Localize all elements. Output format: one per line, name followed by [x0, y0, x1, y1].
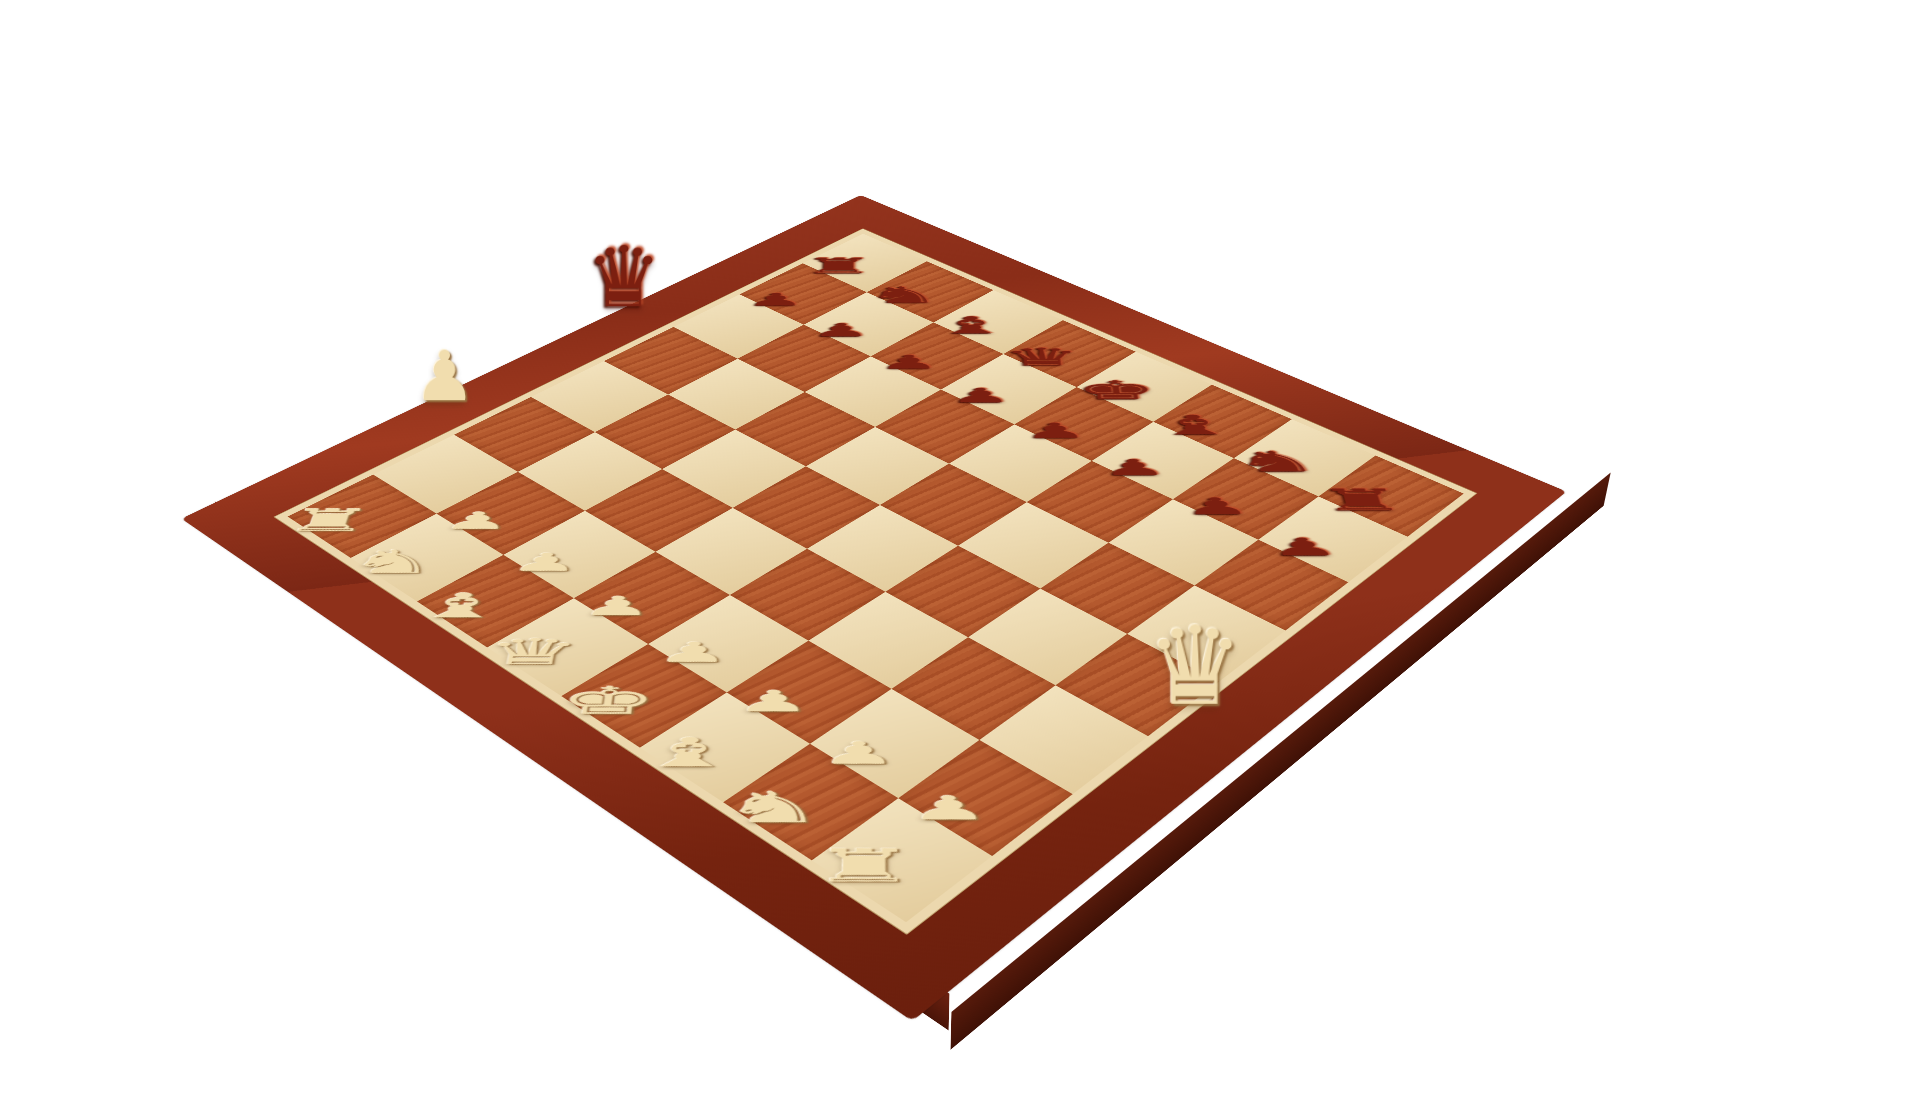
square-h3[interactable] — [979, 685, 1148, 794]
piece-white-pawn-d2[interactable]: ♟ — [580, 594, 654, 618]
piece-white-pawn-f2[interactable]: ♟ — [735, 688, 811, 714]
square-e4[interactable] — [807, 505, 958, 592]
square-f1[interactable]: ♝ — [640, 692, 810, 802]
piece-red-pawn-f7[interactable]: ♟ — [1100, 458, 1168, 478]
piece-red-rook-h8[interactable]: ♜ — [1315, 487, 1409, 514]
piece-red-pawn-c7[interactable]: ♟ — [879, 353, 940, 370]
piece-red-queen-d8[interactable]: ♛ — [1002, 346, 1082, 368]
piece-white-pawn-h2[interactable]: ♟ — [909, 793, 989, 823]
piece-red-pawn-b7[interactable]: ♟ — [811, 322, 870, 338]
square-e1[interactable]: ♚ — [561, 644, 726, 748]
square-h2[interactable]: ♟ — [898, 740, 1072, 856]
square-d1[interactable]: ♛ — [487, 598, 648, 696]
piece-red-queen-red-extra-queen[interactable]: ♛ — [586, 240, 662, 316]
maple-frame-strip: ♜♞♝♛♚♝♞♜♟♟♟♟♟♟♟♟♟♟♟♟♟♟♟♜♞♝♛♚♝♞♜ — [273, 228, 1477, 935]
square-h1[interactable]: ♜ — [812, 798, 992, 922]
square-c1[interactable]: ♝ — [417, 555, 574, 648]
square-g1[interactable]: ♞ — [723, 744, 898, 861]
piece-red-pawn-e7[interactable]: ♟ — [1023, 421, 1088, 440]
photo-background: ♜♞♝♛♚♝♞♜♟♟♟♟♟♟♟♟♟♟♟♟♟♟♟♜♞♝♛♚♝♞♜ ♛♛♟ — [0, 0, 1920, 1103]
piece-white-pawn-white-a-pawn-displaced[interactable]: ♟ — [413, 345, 475, 407]
square-e3[interactable] — [730, 549, 886, 641]
square-f2[interactable]: ♟ — [727, 641, 892, 744]
square-b1[interactable]: ♞ — [351, 514, 504, 602]
piece-white-queen-white-extra-queen[interactable]: ♛ — [1146, 617, 1244, 715]
piece-red-pawn-g7[interactable]: ♟ — [1181, 496, 1252, 517]
piece-red-knight-g8[interactable]: ♞ — [1231, 449, 1321, 475]
piece-white-king-e1[interactable]: ♚ — [556, 684, 658, 718]
square-g2[interactable]: ♟ — [810, 689, 979, 798]
piece-red-knight-b8[interactable]: ♞ — [866, 285, 941, 305]
piece-red-pawn-d7[interactable]: ♟ — [949, 387, 1012, 405]
piece-red-pawn-h7[interactable]: ♟ — [1267, 536, 1341, 558]
piece-red-king-e8[interactable]: ♚ — [1075, 379, 1159, 402]
square-f5[interactable] — [958, 502, 1108, 588]
piece-white-knight-g1[interactable]: ♞ — [720, 789, 825, 828]
piece-red-rook-a8[interactable]: ♜ — [801, 256, 874, 275]
square-c2[interactable]: ♟ — [503, 511, 655, 598]
piece-red-bishop-f8[interactable]: ♝ — [1151, 413, 1238, 437]
piece-white-pawn-b2[interactable]: ♟ — [441, 510, 513, 531]
piece-white-bishop-c1[interactable]: ♝ — [411, 591, 510, 622]
square-g3[interactable] — [891, 637, 1055, 740]
piece-white-bishop-f1[interactable]: ♝ — [636, 735, 740, 771]
piece-white-queen-d1[interactable]: ♛ — [482, 636, 583, 668]
square-e2[interactable]: ♟ — [648, 595, 808, 692]
piece-white-pawn-c2[interactable]: ♟ — [509, 551, 582, 573]
square-g4[interactable] — [968, 589, 1127, 686]
square-f3[interactable] — [808, 592, 968, 689]
square-d3[interactable] — [656, 508, 808, 595]
piece-red-bishop-c8[interactable]: ♝ — [933, 315, 1011, 336]
piece-white-rook-a1[interactable]: ♜ — [280, 507, 377, 535]
square-d2[interactable]: ♟ — [574, 552, 730, 644]
piece-red-pawn-a7[interactable]: ♟ — [746, 292, 805, 308]
piece-white-knight-b1[interactable]: ♞ — [344, 548, 442, 577]
square-f4[interactable] — [885, 546, 1040, 638]
piece-white-pawn-e2[interactable]: ♟ — [655, 640, 730, 665]
chess-board: ♜♞♝♛♚♝♞♜♟♟♟♟♟♟♟♟♟♟♟♟♟♟♟♜♞♝♛♚♝♞♜ ♛♛♟ — [181, 195, 1566, 1021]
piece-white-pawn-g2[interactable]: ♟ — [820, 739, 898, 767]
piece-white-rook-h1[interactable]: ♜ — [810, 846, 917, 887]
